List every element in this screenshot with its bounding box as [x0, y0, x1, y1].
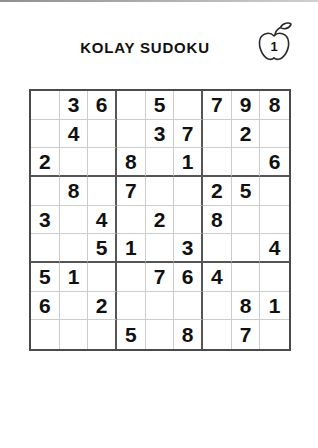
cell-r8c3[interactable]: 2	[88, 292, 117, 321]
cell-r6c6[interactable]: 3	[174, 234, 203, 263]
cell-r2c8[interactable]: 2	[232, 120, 261, 149]
page-title: KOLAY SUDOKU	[0, 39, 290, 56]
cell-r8c6[interactable]	[174, 292, 203, 321]
cell-r2c9[interactable]	[260, 120, 289, 149]
cell-r4c2[interactable]: 8	[60, 177, 89, 206]
cell-r7c1[interactable]: 5	[31, 263, 60, 292]
cell-r8c7[interactable]	[203, 292, 232, 321]
cell-r6c8[interactable]	[232, 234, 261, 263]
cell-r9c2[interactable]	[60, 320, 89, 349]
cell-r7c7[interactable]: 4	[203, 263, 232, 292]
cell-r2c3[interactable]	[88, 120, 117, 149]
cell-r3c7[interactable]	[203, 148, 232, 177]
cell-r4c8[interactable]: 5	[232, 177, 261, 206]
cell-r2c7[interactable]	[203, 120, 232, 149]
cell-r7c4[interactable]	[117, 263, 146, 292]
cell-r4c1[interactable]	[31, 177, 60, 206]
cell-r9c1[interactable]	[31, 320, 60, 349]
cell-r2c6[interactable]: 7	[174, 120, 203, 149]
cell-r8c1[interactable]: 6	[31, 292, 60, 321]
cell-r6c1[interactable]	[31, 234, 60, 263]
cell-r1c2[interactable]: 3	[60, 91, 89, 120]
cell-r5c1[interactable]: 3	[31, 206, 60, 235]
cell-r8c5[interactable]	[146, 292, 175, 321]
cell-r4c9[interactable]	[260, 177, 289, 206]
cell-r6c3[interactable]: 5	[88, 234, 117, 263]
cell-r4c5[interactable]	[146, 177, 175, 206]
cell-r9c9[interactable]	[260, 320, 289, 349]
page-edge-artifact	[0, 0, 318, 2]
cell-r1c5[interactable]: 5	[146, 91, 175, 120]
puzzle-number-badge: 1	[251, 20, 299, 64]
cell-r3c6[interactable]: 1	[174, 148, 203, 177]
cell-r4c6[interactable]	[174, 177, 203, 206]
sudoku-board: 36579843722816872534285134517646281587	[29, 89, 291, 351]
cell-r7c5[interactable]: 7	[146, 263, 175, 292]
cell-r5c6[interactable]	[174, 206, 203, 235]
cell-r4c4[interactable]: 7	[117, 177, 146, 206]
cell-r7c8[interactable]	[232, 263, 261, 292]
cell-r3c2[interactable]	[60, 148, 89, 177]
cell-r6c5[interactable]	[146, 234, 175, 263]
cell-r5c8[interactable]	[232, 206, 261, 235]
cell-r9c4[interactable]: 5	[117, 320, 146, 349]
cell-r1c7[interactable]: 7	[203, 91, 232, 120]
cell-r6c4[interactable]: 1	[117, 234, 146, 263]
cell-r5c9[interactable]	[260, 206, 289, 235]
cell-r2c5[interactable]: 3	[146, 120, 175, 149]
cell-r7c6[interactable]: 6	[174, 263, 203, 292]
cell-r1c3[interactable]: 6	[88, 91, 117, 120]
cell-r4c7[interactable]: 2	[203, 177, 232, 206]
cell-r3c1[interactable]: 2	[31, 148, 60, 177]
cell-r5c7[interactable]: 8	[203, 206, 232, 235]
cell-r3c3[interactable]	[88, 148, 117, 177]
cell-r5c2[interactable]	[60, 206, 89, 235]
cell-r9c8[interactable]: 7	[232, 320, 261, 349]
cell-r6c7[interactable]	[203, 234, 232, 263]
cell-r8c2[interactable]	[60, 292, 89, 321]
cell-r1c6[interactable]	[174, 91, 203, 120]
cell-r7c3[interactable]	[88, 263, 117, 292]
cell-r6c9[interactable]: 4	[260, 234, 289, 263]
cell-r6c2[interactable]	[60, 234, 89, 263]
cell-r3c8[interactable]	[232, 148, 261, 177]
cell-r5c5[interactable]: 2	[146, 206, 175, 235]
cell-r2c1[interactable]	[31, 120, 60, 149]
cell-r8c8[interactable]: 8	[232, 292, 261, 321]
cell-r9c3[interactable]	[88, 320, 117, 349]
cell-r1c8[interactable]: 9	[232, 91, 261, 120]
cell-r3c4[interactable]: 8	[117, 148, 146, 177]
cell-r1c1[interactable]	[31, 91, 60, 120]
cell-r5c4[interactable]	[117, 206, 146, 235]
cell-r9c5[interactable]	[146, 320, 175, 349]
cell-r5c3[interactable]: 4	[88, 206, 117, 235]
cell-r8c4[interactable]	[117, 292, 146, 321]
apple-icon: 1	[251, 20, 299, 64]
cell-r1c9[interactable]: 8	[260, 91, 289, 120]
cell-r2c4[interactable]	[117, 120, 146, 149]
cell-r7c2[interactable]: 1	[60, 263, 89, 292]
cell-r1c4[interactable]	[117, 91, 146, 120]
cell-r3c9[interactable]: 6	[260, 148, 289, 177]
cell-r9c6[interactable]: 8	[174, 320, 203, 349]
cell-r9c7[interactable]	[203, 320, 232, 349]
cell-r4c3[interactable]	[88, 177, 117, 206]
cell-r3c5[interactable]	[146, 148, 175, 177]
puzzle-number: 1	[270, 39, 277, 54]
cell-r7c9[interactable]	[260, 263, 289, 292]
cell-r2c2[interactable]: 4	[60, 120, 89, 149]
cell-r8c9[interactable]: 1	[260, 292, 289, 321]
